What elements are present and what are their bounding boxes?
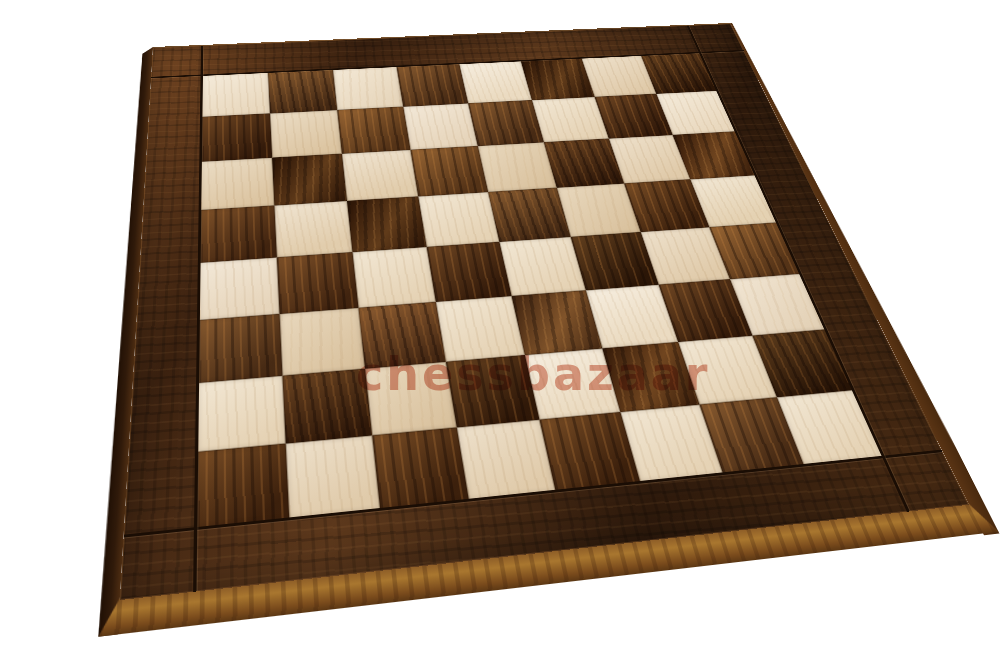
board-frame: [120, 23, 969, 600]
board-square-b5: [274, 201, 352, 257]
board-square-a3: [198, 314, 282, 383]
board-square-c7: [337, 107, 410, 154]
watermark-chessbazaar-text: chessbazaar: [356, 351, 710, 397]
board-square-a1: [196, 444, 289, 528]
board-square-e6: [478, 142, 557, 192]
board-square-e7: [468, 100, 544, 146]
chess-board: [120, 23, 968, 598]
board-field: [196, 53, 883, 528]
board-square-c8: [333, 67, 403, 110]
board-square-c1: [372, 427, 469, 508]
board-square-d5: [418, 192, 499, 247]
board-square-b3: [280, 308, 365, 376]
board-square-c5: [347, 196, 427, 252]
board-square-a4: [199, 257, 280, 320]
board-square-a7: [201, 113, 272, 161]
board-square-a5: [200, 206, 277, 263]
board-square-d7: [403, 103, 478, 149]
board-square-b1: [286, 435, 380, 518]
board-square-b8: [268, 69, 337, 113]
board-square-d1: [457, 420, 556, 500]
board-square-e8: [459, 61, 532, 103]
board-square-d6: [410, 146, 488, 196]
board-square-c4: [352, 247, 435, 308]
board-square-c6: [342, 150, 418, 201]
board-square-b6: [272, 154, 347, 206]
board-square-d4: [427, 242, 512, 302]
board-square-b4: [277, 252, 359, 314]
board-square-a6: [200, 158, 274, 210]
board-square-b7: [270, 110, 342, 158]
board-square-d8: [397, 64, 469, 107]
page: chessbazaar: [0, 0, 1000, 650]
board-square-a8: [202, 72, 270, 116]
board-square-a2: [197, 376, 286, 452]
